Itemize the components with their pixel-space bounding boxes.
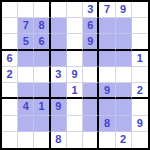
cell-r2c6-given-6[interactable]: 6 [83, 18, 99, 34]
cell-r6c9-given-2[interactable]: 2 [132, 83, 148, 99]
cell-r6c2-empty[interactable] [18, 83, 34, 99]
cell-r1c7-given-7[interactable]: 7 [99, 2, 115, 18]
cell-r3c5-empty[interactable] [67, 34, 83, 50]
cell-r9c8-given-2[interactable]: 2 [116, 132, 132, 148]
cell-r5c5-given-9[interactable]: 9 [67, 67, 83, 83]
cell-r1c6-given-3[interactable]: 3 [83, 2, 99, 18]
cell-r4c5-empty[interactable] [67, 51, 83, 67]
cell-r2c3-given-8[interactable]: 8 [34, 18, 50, 34]
cell-r8c6-empty[interactable] [83, 116, 99, 132]
cell-r1c5-empty[interactable] [67, 2, 83, 18]
cell-r7c1-empty[interactable] [2, 99, 18, 115]
cell-r8c9-given-9[interactable]: 9 [132, 116, 148, 132]
cell-r2c9-empty[interactable] [132, 18, 148, 34]
cell-r3c9-empty[interactable] [132, 34, 148, 50]
cell-r7c8-empty[interactable] [116, 99, 132, 115]
cell-r9c6-empty[interactable] [83, 132, 99, 148]
cell-r1c1-empty[interactable] [2, 2, 18, 18]
cell-r5c6-empty[interactable] [83, 67, 99, 83]
cell-r4c7-empty[interactable] [99, 51, 115, 67]
cell-r2c1-empty[interactable] [2, 18, 18, 34]
cell-r2c8-empty[interactable] [116, 18, 132, 34]
cell-r7c6-empty[interactable] [83, 99, 99, 115]
cell-r8c2-empty[interactable] [18, 116, 34, 132]
cell-r1c9-empty[interactable] [132, 2, 148, 18]
cell-r5c4-given-3[interactable]: 3 [51, 67, 67, 83]
sudoku-board: 379786569612391924198982 [0, 0, 150, 150]
cell-r4c4-empty[interactable] [51, 51, 67, 67]
cell-r3c3-given-6[interactable]: 6 [34, 34, 50, 50]
cell-r8c7-given-8[interactable]: 8 [99, 116, 115, 132]
cell-r9c4-given-8[interactable]: 8 [51, 132, 67, 148]
cell-r6c1-empty[interactable] [2, 83, 18, 99]
cell-r9c3-empty[interactable] [34, 132, 50, 148]
cell-r3c6-given-9[interactable]: 9 [83, 34, 99, 50]
cell-r6c7-given-9[interactable]: 9 [99, 83, 115, 99]
cell-r1c3-empty[interactable] [34, 2, 50, 18]
cell-r7c3-given-1[interactable]: 1 [34, 99, 50, 115]
cell-r5c7-empty[interactable] [99, 67, 115, 83]
cell-r3c4-empty[interactable] [51, 34, 67, 50]
cell-r4c3-empty[interactable] [34, 51, 50, 67]
cell-r4c9-given-1[interactable]: 1 [132, 51, 148, 67]
cell-r4c2-empty[interactable] [18, 51, 34, 67]
cell-r6c8-empty[interactable] [116, 83, 132, 99]
cell-r7c4-given-9[interactable]: 9 [51, 99, 67, 115]
cell-r6c6-empty[interactable] [83, 83, 99, 99]
cell-r3c2-given-5[interactable]: 5 [18, 34, 34, 50]
cell-r8c5-empty[interactable] [67, 116, 83, 132]
cell-r8c3-empty[interactable] [34, 116, 50, 132]
cell-r9c5-empty[interactable] [67, 132, 83, 148]
cell-r9c9-empty[interactable] [132, 132, 148, 148]
cell-r1c4-empty[interactable] [51, 2, 67, 18]
cell-r4c1-given-6[interactable]: 6 [2, 51, 18, 67]
cell-r6c5-given-1[interactable]: 1 [67, 83, 83, 99]
cell-r5c8-empty[interactable] [116, 67, 132, 83]
cell-r6c3-empty[interactable] [34, 83, 50, 99]
cell-r8c8-empty[interactable] [116, 116, 132, 132]
cell-r9c2-empty[interactable] [18, 132, 34, 148]
cell-r3c8-empty[interactable] [116, 34, 132, 50]
cell-r1c2-empty[interactable] [18, 2, 34, 18]
cell-r2c2-given-7[interactable]: 7 [18, 18, 34, 34]
cell-r5c2-empty[interactable] [18, 67, 34, 83]
cell-r7c2-given-4[interactable]: 4 [18, 99, 34, 115]
cell-r4c6-empty[interactable] [83, 51, 99, 67]
cell-r8c1-empty[interactable] [2, 116, 18, 132]
cell-r7c5-empty[interactable] [67, 99, 83, 115]
cell-r1c8-given-9[interactable]: 9 [116, 2, 132, 18]
cell-r8c4-empty[interactable] [51, 116, 67, 132]
cell-r2c7-empty[interactable] [99, 18, 115, 34]
cell-r2c4-empty[interactable] [51, 18, 67, 34]
cell-r4c8-empty[interactable] [116, 51, 132, 67]
cell-r9c7-empty[interactable] [99, 132, 115, 148]
cell-r7c7-empty[interactable] [99, 99, 115, 115]
cell-r5c3-empty[interactable] [34, 67, 50, 83]
cell-r7c9-empty[interactable] [132, 99, 148, 115]
cell-r9c1-empty[interactable] [2, 132, 18, 148]
cell-r2c5-empty[interactable] [67, 18, 83, 34]
cell-r3c1-empty[interactable] [2, 34, 18, 50]
cell-r5c1-given-2[interactable]: 2 [2, 67, 18, 83]
cell-r6c4-empty[interactable] [51, 83, 67, 99]
cell-r5c9-empty[interactable] [132, 67, 148, 83]
cell-r3c7-empty[interactable] [99, 34, 115, 50]
